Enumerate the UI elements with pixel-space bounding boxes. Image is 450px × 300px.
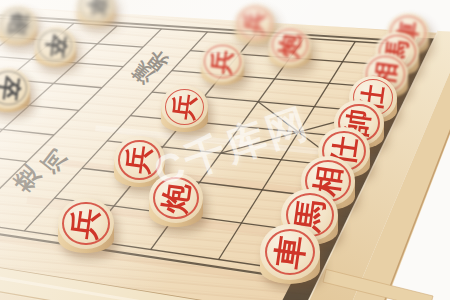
piece-red-車[interactable]: 車 — [260, 224, 320, 284]
piece-character: 兵 — [160, 81, 209, 133]
piece-top-face: 卒 — [0, 68, 30, 109]
piece-top-face: 炮 — [269, 26, 312, 65]
piece-black-卒[interactable]: 卒 — [35, 27, 76, 68]
piece-character: 兵 — [200, 37, 246, 86]
piece-character: 砲 — [0, 2, 38, 46]
piece-black-卒[interactable]: 卒 — [77, 0, 115, 26]
piece-top-face: 兵 — [161, 85, 208, 128]
piece-top-face: 車 — [260, 224, 320, 280]
piece-character: 卒 — [76, 0, 116, 27]
xiangqi-photo-scene: 楚河漢界 卒兵砲車炮卒馬兵相卒仕兵帥仕兵相炮馬兵車 C千库网 — [0, 0, 450, 300]
piece-character: 炮 — [268, 21, 313, 69]
piece-red-兵[interactable]: 兵 — [58, 198, 114, 253]
piece-character: 車 — [258, 218, 321, 285]
piece-top-face: 卒 — [77, 0, 115, 23]
piece-character: 兵 — [57, 192, 116, 255]
piece-red-炮[interactable]: 炮 — [269, 26, 312, 68]
piece-black-卒[interactable]: 卒 — [0, 68, 30, 112]
piece-red-兵[interactable]: 兵 — [161, 85, 208, 131]
piece-top-face: 兵 — [201, 42, 244, 82]
piece-black-砲[interactable]: 砲 — [0, 6, 37, 45]
piece-top-face: 砲 — [0, 6, 37, 42]
piece-top-face: 卒 — [35, 27, 76, 65]
piece-character: 卒 — [34, 23, 77, 69]
piece-red-兵[interactable]: 兵 — [201, 42, 244, 85]
piece-top-face: 兵 — [58, 198, 114, 250]
